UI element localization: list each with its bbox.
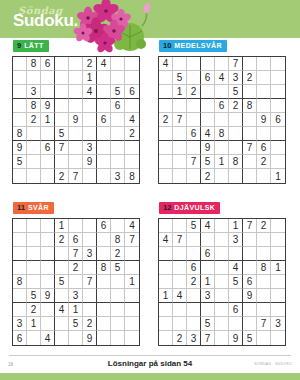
sudoku-cell-r5c1[interactable]: 8 xyxy=(13,275,27,289)
sudoku-cell-r4c6[interactable]: 4 xyxy=(229,261,243,275)
sudoku-cell-r7c7[interactable] xyxy=(97,141,111,155)
sudoku-cell-r9c2[interactable] xyxy=(173,169,187,183)
sudoku-cell-r6c9[interactable] xyxy=(125,289,139,303)
sudoku-cell-r6c2[interactable] xyxy=(27,127,41,141)
sudoku-cell-r8c3[interactable] xyxy=(187,317,201,331)
sudoku-cell-r3c6[interactable]: 3 xyxy=(83,247,97,261)
sudoku-cell-r7c3[interactable] xyxy=(187,303,201,317)
sudoku-cell-r7c2[interactable] xyxy=(173,303,187,317)
sudoku-cell-r8c6[interactable]: 9 xyxy=(83,155,97,169)
sudoku-cell-r7c3[interactable] xyxy=(41,303,55,317)
sudoku-cell-r6c6[interactable] xyxy=(229,127,243,141)
sudoku-cell-r9c2[interactable] xyxy=(27,331,41,345)
sudoku-cell-r2c1[interactable] xyxy=(159,71,173,85)
sudoku-cell-r5c6[interactable]: 5 xyxy=(229,275,243,289)
sudoku-cell-r9c8[interactable] xyxy=(257,331,271,345)
sudoku-cell-r7c2[interactable]: 2 xyxy=(27,303,41,317)
sudoku-cell-r2c4[interactable]: 6 xyxy=(201,71,215,85)
sudoku-cell-r8c8[interactable] xyxy=(111,317,125,331)
sudoku-cell-r4c7[interactable] xyxy=(97,99,111,113)
sudoku-cell-r9c9[interactable]: 8 xyxy=(125,169,139,183)
sudoku-cell-r3c9[interactable] xyxy=(271,247,285,261)
sudoku-cell-r1c9[interactable] xyxy=(271,219,285,233)
sudoku-cell-r9c3[interactable]: 3 xyxy=(187,331,201,345)
sudoku-cell-r6c4[interactable]: 5 xyxy=(55,127,69,141)
sudoku-cell-r8c9[interactable] xyxy=(125,155,139,169)
sudoku-cell-r1c3[interactable] xyxy=(41,219,55,233)
sudoku-cell-r2c3[interactable] xyxy=(187,71,201,85)
sudoku-cell-r7c3[interactable] xyxy=(187,141,201,155)
sudoku-cell-r4c9[interactable] xyxy=(125,99,139,113)
sudoku-cell-r5c4[interactable]: 5 xyxy=(55,275,69,289)
sudoku-cell-r2c7[interactable] xyxy=(97,233,111,247)
sudoku-cell-r9c5[interactable]: 7 xyxy=(69,169,83,183)
sudoku-cell-r6c9[interactable] xyxy=(271,289,285,303)
sudoku-cell-r7c5[interactable] xyxy=(69,141,83,155)
sudoku-cell-r1c4[interactable]: 1 xyxy=(55,219,69,233)
sudoku-cell-r9c6[interactable] xyxy=(83,169,97,183)
sudoku-cell-r4c2[interactable] xyxy=(27,261,41,275)
sudoku-cell-r7c6[interactable] xyxy=(229,141,243,155)
sudoku-cell-r2c2[interactable]: 5 xyxy=(173,71,187,85)
sudoku-cell-r6c1[interactable] xyxy=(159,127,173,141)
sudoku-cell-r7c9[interactable] xyxy=(271,141,285,155)
sudoku-cell-r6c9[interactable] xyxy=(271,127,285,141)
sudoku-cell-r2c5[interactable] xyxy=(215,233,229,247)
sudoku-cell-r5c7[interactable]: 6 xyxy=(243,275,257,289)
sudoku-cell-r1c3[interactable] xyxy=(187,57,201,71)
sudoku-cell-r2c8[interactable] xyxy=(257,233,271,247)
sudoku-cell-r9c1[interactable] xyxy=(159,331,173,345)
sudoku-cell-r5c8[interactable]: 9 xyxy=(257,113,271,127)
sudoku-cell-r3c8[interactable]: 2 xyxy=(111,247,125,261)
sudoku-cell-r4c9[interactable]: 1 xyxy=(271,261,285,275)
sudoku-cell-r1c5[interactable] xyxy=(69,57,83,71)
sudoku-cell-r8c8[interactable]: 7 xyxy=(257,317,271,331)
sudoku-cell-r5c6[interactable]: 7 xyxy=(83,275,97,289)
sudoku-cell-r2c5[interactable]: 4 xyxy=(215,71,229,85)
sudoku-cell-r2c3[interactable] xyxy=(187,233,201,247)
sudoku-cell-r8c1[interactable] xyxy=(159,155,173,169)
sudoku-cell-r4c3[interactable]: 9 xyxy=(41,99,55,113)
sudoku-cell-r9c4[interactable]: 2 xyxy=(201,169,215,183)
sudoku-cell-r4c8[interactable]: 5 xyxy=(111,261,125,275)
sudoku-cell-r6c5[interactable] xyxy=(215,289,229,303)
sudoku-cell-r6c7[interactable] xyxy=(243,127,257,141)
sudoku-cell-r1c1[interactable]: 4 xyxy=(159,57,173,71)
sudoku-cell-r7c4[interactable]: 4 xyxy=(55,303,69,317)
sudoku-cell-r5c8[interactable] xyxy=(111,113,125,127)
sudoku-cell-r8c4[interactable] xyxy=(55,155,69,169)
sudoku-cell-r5c9[interactable]: 4 xyxy=(125,113,139,127)
sudoku-cell-r6c5[interactable]: 8 xyxy=(215,127,229,141)
sudoku-cell-r3c2[interactable] xyxy=(173,247,187,261)
sudoku-cell-r8c9[interactable] xyxy=(271,155,285,169)
sudoku-cell-r1c5[interactable] xyxy=(215,57,229,71)
sudoku-cell-r3c6[interactable]: 4 xyxy=(83,85,97,99)
sudoku-cell-r2c6[interactable] xyxy=(83,233,97,247)
sudoku-cell-r8c4[interactable] xyxy=(55,317,69,331)
sudoku-cell-r8c3[interactable] xyxy=(41,317,55,331)
sudoku-cell-r4c7[interactable]: 8 xyxy=(243,99,257,113)
sudoku-cell-r7c8[interactable] xyxy=(111,141,125,155)
sudoku-cell-r9c9[interactable]: 1 xyxy=(271,169,285,183)
sudoku-cell-r5c8[interactable] xyxy=(111,275,125,289)
sudoku-cell-r2c9[interactable] xyxy=(125,71,139,85)
sudoku-cell-r4c5[interactable]: 2 xyxy=(69,261,83,275)
sudoku-cell-r2c9[interactable]: 7 xyxy=(125,233,139,247)
sudoku-cell-r5c5[interactable] xyxy=(69,275,83,289)
sudoku-cell-r1c6[interactable]: 2 xyxy=(83,57,97,71)
sudoku-cell-r7c7[interactable] xyxy=(97,303,111,317)
sudoku-cell-r9c7[interactable] xyxy=(243,169,257,183)
sudoku-cell-r8c3[interactable] xyxy=(41,155,55,169)
sudoku-cell-r1c9[interactable] xyxy=(271,57,285,71)
sudoku-cell-r5c9[interactable] xyxy=(271,275,285,289)
sudoku-cell-r7c9[interactable] xyxy=(125,303,139,317)
sudoku-cell-r3c3[interactable]: 2 xyxy=(187,85,201,99)
sudoku-cell-r3c5[interactable] xyxy=(69,85,83,99)
sudoku-cell-r8c6[interactable]: 2 xyxy=(83,317,97,331)
sudoku-cell-r3c1[interactable] xyxy=(159,85,173,99)
sudoku-cell-r4c3[interactable] xyxy=(187,99,201,113)
sudoku-cell-r8c9[interactable]: 3 xyxy=(271,317,285,331)
sudoku-cell-r2c6[interactable]: 3 xyxy=(229,71,243,85)
sudoku-cell-r5c7[interactable] xyxy=(243,113,257,127)
sudoku-cell-r1c8[interactable]: 2 xyxy=(257,219,271,233)
sudoku-cell-r3c6[interactable]: 5 xyxy=(229,85,243,99)
sudoku-cell-r5c2[interactable] xyxy=(173,275,187,289)
sudoku-cell-r2c5[interactable]: 6 xyxy=(69,233,83,247)
sudoku-cell-r4c4[interactable] xyxy=(201,261,215,275)
sudoku-cell-r5c1[interactable]: 2 xyxy=(159,113,173,127)
sudoku-cell-r3c7[interactable] xyxy=(243,247,257,261)
sudoku-cell-r5c4[interactable] xyxy=(55,113,69,127)
sudoku-cell-r8c1[interactable]: 3 xyxy=(13,317,27,331)
sudoku-cell-r9c2[interactable]: 2 xyxy=(173,331,187,345)
sudoku-cell-r3c3[interactable] xyxy=(41,85,55,99)
sudoku-cell-r1c6[interactable] xyxy=(83,219,97,233)
sudoku-cell-r3c3[interactable] xyxy=(41,247,55,261)
sudoku-cell-r9c6[interactable]: 9 xyxy=(83,331,97,345)
sudoku-cell-r3c7[interactable] xyxy=(243,85,257,99)
sudoku-cell-r5c3[interactable] xyxy=(187,113,201,127)
sudoku-cell-r7c5[interactable]: 1 xyxy=(69,303,83,317)
sudoku-cell-r1c5[interactable] xyxy=(69,219,83,233)
sudoku-cell-r9c8[interactable] xyxy=(111,331,125,345)
sudoku-cell-r4c8[interactable]: 8 xyxy=(257,261,271,275)
sudoku-cell-r9c4[interactable]: 2 xyxy=(55,169,69,183)
sudoku-cell-r7c1[interactable] xyxy=(13,303,27,317)
sudoku-cell-r4c2[interactable]: 8 xyxy=(27,99,41,113)
sudoku-cell-r4c6[interactable] xyxy=(83,99,97,113)
sudoku-cell-r1c2[interactable] xyxy=(173,57,187,71)
sudoku-cell-r9c6[interactable]: 9 xyxy=(229,331,243,345)
sudoku-cell-r7c3[interactable]: 6 xyxy=(41,141,55,155)
sudoku-cell-r6c8[interactable] xyxy=(111,127,125,141)
sudoku-cell-r1c7[interactable]: 6 xyxy=(97,219,111,233)
sudoku-cell-r9c3[interactable] xyxy=(41,169,55,183)
sudoku-cell-r6c6[interactable] xyxy=(83,289,97,303)
sudoku-cell-r6c5[interactable] xyxy=(69,127,83,141)
sudoku-cell-r2c6[interactable]: 3 xyxy=(229,233,243,247)
sudoku-cell-r1c2[interactable]: 8 xyxy=(27,57,41,71)
sudoku-cell-r7c5[interactable] xyxy=(215,141,229,155)
sudoku-cell-r2c7[interactable] xyxy=(97,71,111,85)
sudoku-cell-r7c4[interactable]: 9 xyxy=(201,141,215,155)
sudoku-cell-r8c3[interactable]: 7 xyxy=(187,155,201,169)
sudoku-cell-r9c1[interactable]: 6 xyxy=(13,331,27,345)
sudoku-cell-r9c8[interactable]: 3 xyxy=(111,169,125,183)
sudoku-cell-r7c9[interactable] xyxy=(125,141,139,155)
sudoku-cell-r9c5[interactable] xyxy=(215,331,229,345)
sudoku-cell-r6c2[interactable]: 5 xyxy=(27,289,41,303)
sudoku-cell-r2c1[interactable] xyxy=(13,71,27,85)
sudoku-cell-r5c5[interactable] xyxy=(215,113,229,127)
sudoku-cell-r5c4[interactable]: 1 xyxy=(201,275,215,289)
sudoku-cell-r6c4[interactable] xyxy=(55,289,69,303)
sudoku-cell-r5c4[interactable] xyxy=(201,113,215,127)
sudoku-cell-r6c7[interactable] xyxy=(97,289,111,303)
sudoku-cell-r7c8[interactable] xyxy=(257,303,271,317)
sudoku-cell-r7c4[interactable]: 7 xyxy=(55,141,69,155)
sudoku-cell-r8c5[interactable] xyxy=(215,317,229,331)
sudoku-cell-r1c4[interactable] xyxy=(55,57,69,71)
sudoku-cell-r9c7[interactable]: 5 xyxy=(243,331,257,345)
sudoku-cell-r6c3[interactable]: 6 xyxy=(187,127,201,141)
sudoku-cell-r3c4[interactable] xyxy=(55,85,69,99)
sudoku-cell-r9c1[interactable] xyxy=(159,169,173,183)
sudoku-cell-r4c4[interactable] xyxy=(201,99,215,113)
sudoku-cell-r1c7[interactable]: 4 xyxy=(97,57,111,71)
sudoku-cell-r7c9[interactable] xyxy=(271,303,285,317)
sudoku-cell-r5c5[interactable] xyxy=(215,275,229,289)
sudoku-cell-r3c4[interactable]: 6 xyxy=(201,247,215,261)
sudoku-cell-r5c3[interactable] xyxy=(41,275,55,289)
sudoku-cell-r8c1[interactable] xyxy=(159,317,173,331)
sudoku-cell-r7c1[interactable] xyxy=(159,303,173,317)
sudoku-cell-r6c6[interactable] xyxy=(83,127,97,141)
sudoku-cell-r7c6[interactable]: 6 xyxy=(229,303,243,317)
sudoku-cell-r2c9[interactable] xyxy=(271,233,285,247)
sudoku-cell-r6c8[interactable] xyxy=(111,289,125,303)
sudoku-cell-r1c8[interactable] xyxy=(111,57,125,71)
sudoku-cell-r6c1[interactable]: 8 xyxy=(13,127,27,141)
sudoku-cell-r5c2[interactable] xyxy=(27,275,41,289)
sudoku-cell-r2c4[interactable] xyxy=(55,71,69,85)
sudoku-cell-r8c9[interactable] xyxy=(125,317,139,331)
sudoku-cell-r9c2[interactable] xyxy=(27,169,41,183)
sudoku-cell-r1c4[interactable]: 4 xyxy=(201,219,215,233)
sudoku-cell-r8c6[interactable] xyxy=(229,317,243,331)
sudoku-cell-r2c3[interactable] xyxy=(41,71,55,85)
sudoku-cell-r3c5[interactable]: 7 xyxy=(69,247,83,261)
sudoku-cell-r4c9[interactable] xyxy=(125,261,139,275)
sudoku-cell-r3c1[interactable] xyxy=(13,247,27,261)
sudoku-cell-r9c3[interactable] xyxy=(187,169,201,183)
sudoku-cell-r3c7[interactable] xyxy=(97,85,111,99)
sudoku-cell-r8c4[interactable]: 5 xyxy=(201,317,215,331)
sudoku-cell-r5c1[interactable] xyxy=(159,275,173,289)
sudoku-cell-r5c9[interactable]: 6 xyxy=(271,113,285,127)
sudoku-cell-r7c6[interactable] xyxy=(83,303,97,317)
sudoku-cell-r4c2[interactable] xyxy=(173,261,187,275)
sudoku-cell-r3c9[interactable] xyxy=(125,247,139,261)
sudoku-cell-r4c7[interactable] xyxy=(243,261,257,275)
sudoku-cell-r3c5[interactable] xyxy=(215,85,229,99)
sudoku-cell-r7c2[interactable] xyxy=(173,141,187,155)
sudoku-cell-r6c2[interactable]: 4 xyxy=(173,289,187,303)
sudoku-cell-r5c3[interactable]: 1 xyxy=(41,113,55,127)
sudoku-cell-r4c5[interactable] xyxy=(69,99,83,113)
sudoku-cell-r2c6[interactable]: 1 xyxy=(83,71,97,85)
sudoku-cell-r5c2[interactable]: 2 xyxy=(27,113,41,127)
sudoku-cell-r2c7[interactable] xyxy=(243,233,257,247)
sudoku-cell-r8c8[interactable] xyxy=(111,155,125,169)
sudoku-cell-r9c7[interactable] xyxy=(97,331,111,345)
sudoku-cell-r1c6[interactable]: 7 xyxy=(229,57,243,71)
sudoku-cell-r7c2[interactable] xyxy=(27,141,41,155)
sudoku-cell-r2c4[interactable]: 2 xyxy=(55,233,69,247)
sudoku-cell-r7c8[interactable] xyxy=(111,303,125,317)
sudoku-cell-r8c2[interactable] xyxy=(27,155,41,169)
sudoku-cell-r9c9[interactable] xyxy=(271,331,285,345)
sudoku-cell-r4c2[interactable] xyxy=(173,99,187,113)
sudoku-cell-r1c4[interactable] xyxy=(201,57,215,71)
sudoku-cell-r7c8[interactable]: 6 xyxy=(257,141,271,155)
sudoku-cell-r3c1[interactable] xyxy=(159,247,173,261)
sudoku-cell-r3c8[interactable] xyxy=(257,85,271,99)
sudoku-cell-r4c6[interactable] xyxy=(83,261,97,275)
sudoku-cell-r1c1[interactable] xyxy=(159,219,173,233)
sudoku-cell-r6c8[interactable] xyxy=(257,127,271,141)
sudoku-cell-r3c7[interactable] xyxy=(97,247,111,261)
sudoku-cell-r5c7[interactable]: 6 xyxy=(97,113,111,127)
sudoku-cell-r4c9[interactable] xyxy=(271,99,285,113)
sudoku-cell-r8c5[interactable]: 1 xyxy=(215,155,229,169)
sudoku-cell-r6c6[interactable] xyxy=(229,289,243,303)
sudoku-cell-r2c2[interactable]: 7 xyxy=(173,233,187,247)
sudoku-cell-r6c7[interactable]: 9 xyxy=(243,289,257,303)
sudoku-cell-r3c4[interactable] xyxy=(55,247,69,261)
sudoku-cell-r5c2[interactable]: 7 xyxy=(173,113,187,127)
sudoku-cell-r2c9[interactable] xyxy=(271,71,285,85)
sudoku-cell-r4c3[interactable]: 6 xyxy=(187,261,201,275)
sudoku-cell-r3c2[interactable]: 1 xyxy=(173,85,187,99)
sudoku-cell-r4c4[interactable] xyxy=(55,261,69,275)
sudoku-cell-r8c7[interactable] xyxy=(97,317,111,331)
sudoku-cell-r8c8[interactable]: 2 xyxy=(257,155,271,169)
sudoku-cell-r4c1[interactable] xyxy=(159,261,173,275)
sudoku-cell-r6c3[interactable] xyxy=(41,127,55,141)
sudoku-cell-r8c7[interactable] xyxy=(243,155,257,169)
sudoku-cell-r6c3[interactable] xyxy=(187,289,201,303)
sudoku-cell-r4c1[interactable] xyxy=(13,99,27,113)
sudoku-cell-r1c2[interactable] xyxy=(173,219,187,233)
sudoku-cell-r5c7[interactable] xyxy=(97,275,111,289)
sudoku-cell-r8c7[interactable] xyxy=(97,155,111,169)
sudoku-cell-r8c5[interactable] xyxy=(69,155,83,169)
sudoku-cell-r8c2[interactable] xyxy=(173,155,187,169)
sudoku-cell-r5c6[interactable] xyxy=(83,113,97,127)
sudoku-cell-r2c8[interactable]: 8 xyxy=(111,233,125,247)
sudoku-cell-r5c8[interactable] xyxy=(257,275,271,289)
sudoku-cell-r1c6[interactable]: 1 xyxy=(229,219,243,233)
sudoku-cell-r3c8[interactable] xyxy=(257,247,271,261)
sudoku-cell-r3c5[interactable] xyxy=(215,247,229,261)
sudoku-cell-r6c7[interactable] xyxy=(97,127,111,141)
sudoku-cell-r7c4[interactable] xyxy=(201,303,215,317)
sudoku-cell-r6c1[interactable] xyxy=(13,289,27,303)
sudoku-cell-r1c1[interactable] xyxy=(13,219,27,233)
sudoku-cell-r2c8[interactable] xyxy=(257,71,271,85)
sudoku-cell-r9c1[interactable] xyxy=(13,169,27,183)
sudoku-cell-r8c4[interactable]: 5 xyxy=(201,155,215,169)
sudoku-cell-r8c2[interactable] xyxy=(173,317,187,331)
sudoku-cell-r7c5[interactable] xyxy=(215,303,229,317)
sudoku-cell-r8c1[interactable]: 5 xyxy=(13,155,27,169)
sudoku-cell-r4c1[interactable] xyxy=(13,261,27,275)
sudoku-cell-r9c4[interactable] xyxy=(55,331,69,345)
sudoku-cell-r3c9[interactable]: 6 xyxy=(125,85,139,99)
sudoku-cell-r5c1[interactable] xyxy=(13,113,27,127)
sudoku-cell-r1c8[interactable] xyxy=(111,219,125,233)
sudoku-cell-r4c3[interactable] xyxy=(41,261,55,275)
sudoku-cell-r1c5[interactable] xyxy=(215,219,229,233)
sudoku-cell-r9c8[interactable] xyxy=(257,169,271,183)
sudoku-cell-r4c5[interactable]: 6 xyxy=(215,99,229,113)
sudoku-cell-r1c2[interactable] xyxy=(27,219,41,233)
sudoku-cell-r6c3[interactable]: 9 xyxy=(41,289,55,303)
sudoku-cell-r1c7[interactable] xyxy=(243,57,257,71)
sudoku-cell-r2c1[interactable]: 4 xyxy=(159,233,173,247)
sudoku-cell-r5c6[interactable] xyxy=(229,113,243,127)
sudoku-cell-r4c8[interactable]: 6 xyxy=(111,99,125,113)
sudoku-cell-r4c5[interactable] xyxy=(215,261,229,275)
sudoku-cell-r2c4[interactable] xyxy=(201,233,215,247)
sudoku-cell-r2c8[interactable] xyxy=(111,71,125,85)
sudoku-cell-r5c3[interactable]: 2 xyxy=(187,275,201,289)
sudoku-cell-r2c3[interactable] xyxy=(41,233,55,247)
sudoku-cell-r4c4[interactable] xyxy=(55,99,69,113)
sudoku-cell-r3c6[interactable] xyxy=(229,247,243,261)
sudoku-cell-r1c9[interactable] xyxy=(125,57,139,71)
sudoku-cell-r8c7[interactable] xyxy=(243,317,257,331)
sudoku-cell-r1c3[interactable]: 6 xyxy=(41,57,55,71)
sudoku-cell-r6c4[interactable]: 3 xyxy=(201,289,215,303)
sudoku-cell-r7c1[interactable]: 9 xyxy=(13,141,27,155)
sudoku-cell-r3c2[interactable]: 3 xyxy=(27,85,41,99)
sudoku-cell-r2c5[interactable] xyxy=(69,71,83,85)
sudoku-cell-r3c3[interactable] xyxy=(187,247,201,261)
sudoku-cell-r1c1[interactable] xyxy=(13,57,27,71)
sudoku-cell-r3c8[interactable]: 5 xyxy=(111,85,125,99)
sudoku-cell-r5c5[interactable]: 9 xyxy=(69,113,83,127)
sudoku-cell-r3c1[interactable] xyxy=(13,85,27,99)
sudoku-cell-r6c2[interactable] xyxy=(173,127,187,141)
sudoku-cell-r9c3[interactable]: 4 xyxy=(41,331,55,345)
sudoku-cell-r9c7[interactable] xyxy=(97,169,111,183)
sudoku-cell-r3c2[interactable] xyxy=(27,247,41,261)
sudoku-cell-r3c4[interactable] xyxy=(201,85,215,99)
sudoku-cell-r8c2[interactable]: 1 xyxy=(27,317,41,331)
sudoku-cell-r1c8[interactable] xyxy=(257,57,271,71)
sudoku-cell-r6c1[interactable]: 1 xyxy=(159,289,173,303)
sudoku-cell-r3c9[interactable] xyxy=(271,85,285,99)
sudoku-cell-r4c7[interactable]: 8 xyxy=(97,261,111,275)
sudoku-cell-r1c9[interactable]: 4 xyxy=(125,219,139,233)
sudoku-cell-r6c9[interactable]: 2 xyxy=(125,127,139,141)
